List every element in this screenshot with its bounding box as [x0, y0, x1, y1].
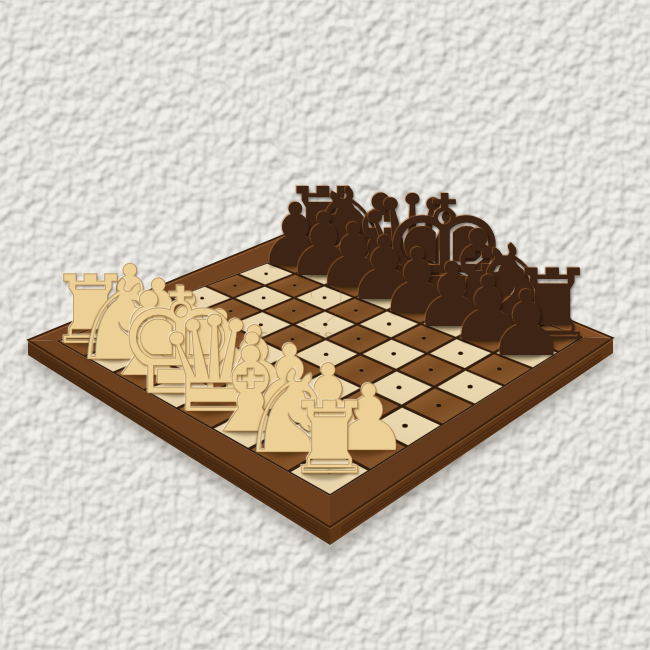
- watermark-text: THE CHESS INC: [236, 329, 373, 344]
- product-photo: THE CHESS INC ♜♞♟♝♟♛♟♚♟♝♟♞♟♟♜♟♟♜♟♟♞♟♝♟♚♟…: [0, 0, 650, 650]
- chess-board: THE CHESS INC: [0, 0, 650, 650]
